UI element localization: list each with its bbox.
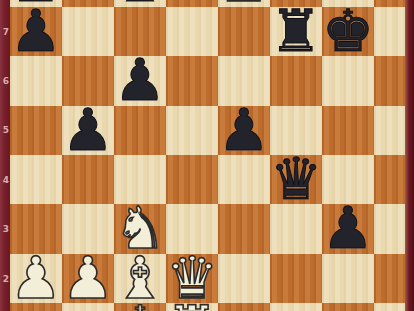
square-b7: [62, 7, 114, 56]
square-d5: [166, 106, 218, 155]
white-knight-c3: ♞: [114, 204, 166, 253]
rank-label-6: 6: [2, 75, 10, 87]
square-b1: [62, 303, 114, 311]
square-h2: [374, 254, 405, 303]
square-g6: [322, 56, 374, 105]
square-e7: [218, 7, 270, 56]
square-b3: [62, 204, 114, 253]
black-pawn-g3: ♟: [322, 204, 374, 253]
square-f1: [270, 303, 322, 311]
square-a7: ♟: [10, 7, 62, 56]
square-g4: [322, 155, 374, 204]
square-h4: [374, 155, 405, 204]
square-f6: [270, 56, 322, 105]
square-d2: ♛: [166, 254, 218, 303]
white-king-c1: ♚: [114, 303, 166, 311]
square-f7: ♜: [270, 7, 322, 56]
square-b4: [62, 155, 114, 204]
square-g1: [322, 303, 374, 311]
rank-label-3: 3: [2, 223, 10, 235]
square-c4: [114, 155, 166, 204]
square-d8: [166, 0, 218, 7]
white-queen-d2: ♛: [166, 254, 218, 303]
square-h8: [374, 0, 405, 7]
square-a8: ♜: [10, 0, 62, 7]
square-d7: [166, 7, 218, 56]
square-a6: [10, 56, 62, 105]
square-d4: [166, 155, 218, 204]
square-h7: [374, 7, 405, 56]
square-h5: [374, 106, 405, 155]
black-bishop-c8: ♝: [114, 0, 166, 7]
square-a1: [10, 303, 62, 311]
square-g3: ♟: [322, 204, 374, 253]
square-c8: ♝: [114, 0, 166, 7]
square-c7: [114, 7, 166, 56]
square-e6: [218, 56, 270, 105]
square-f4: ♛: [270, 155, 322, 204]
square-a3: [10, 204, 62, 253]
square-f5: [270, 106, 322, 155]
square-e4: [218, 155, 270, 204]
square-h3: [374, 204, 405, 253]
black-pawn-b5: ♟: [62, 106, 114, 155]
square-h6: [374, 56, 405, 105]
square-c5: [114, 106, 166, 155]
square-a5: [10, 106, 62, 155]
square-b5: ♟: [62, 106, 114, 155]
white-pawn-b2: ♟: [62, 254, 114, 303]
black-pawn-a7: ♟: [10, 7, 62, 56]
square-c6: ♟: [114, 56, 166, 105]
rank-label-4: 4: [2, 174, 10, 186]
square-b2: ♟: [62, 254, 114, 303]
square-b8: [62, 0, 114, 7]
square-e3: [218, 204, 270, 253]
square-f2: [270, 254, 322, 303]
board-frame-left: [0, 0, 10, 311]
white-rook-e8: ♜: [218, 0, 270, 7]
square-g5: [322, 106, 374, 155]
black-rook-a8: ♜: [10, 0, 62, 7]
square-e8: ♜: [218, 0, 270, 7]
black-rook-f7: ♜: [270, 7, 322, 56]
board-frame-right: [405, 0, 414, 311]
square-d6: [166, 56, 218, 105]
square-d3: [166, 204, 218, 253]
square-f3: [270, 204, 322, 253]
square-e1: [218, 303, 270, 311]
square-a2: ♟: [10, 254, 62, 303]
square-h1: [374, 303, 405, 311]
square-a4: [10, 155, 62, 204]
square-b6: [62, 56, 114, 105]
rank-label-5: 5: [2, 124, 10, 136]
square-d1: ♜: [166, 303, 218, 311]
square-g2: [322, 254, 374, 303]
chess-board: ♜♝♜♟♜♚♟♟♟♛♞♟♟♟♝♛♚♜: [10, 0, 405, 311]
black-king-g7: ♚: [322, 7, 374, 56]
white-bishop-c2: ♝: [114, 254, 166, 303]
square-c2: ♝: [114, 254, 166, 303]
square-c1: ♚: [114, 303, 166, 311]
white-pawn-a2: ♟: [10, 254, 62, 303]
square-e2: [218, 254, 270, 303]
square-g7: ♚: [322, 7, 374, 56]
black-queen-f4: ♛: [270, 155, 322, 204]
rank-label-2: 2: [2, 273, 10, 285]
square-c3: ♞: [114, 204, 166, 253]
square-e5: ♟: [218, 106, 270, 155]
square-f8: [270, 0, 322, 7]
black-pawn-e5: ♟: [218, 106, 270, 155]
chess-diagram: ♜♝♜♟♜♚♟♟♟♛♞♟♟♟♝♛♚♜ 765432: [0, 0, 414, 311]
white-rook-d1: ♜: [166, 303, 218, 311]
rank-label-7: 7: [2, 26, 10, 38]
black-pawn-c6: ♟: [114, 56, 166, 105]
square-g8: [322, 0, 374, 7]
